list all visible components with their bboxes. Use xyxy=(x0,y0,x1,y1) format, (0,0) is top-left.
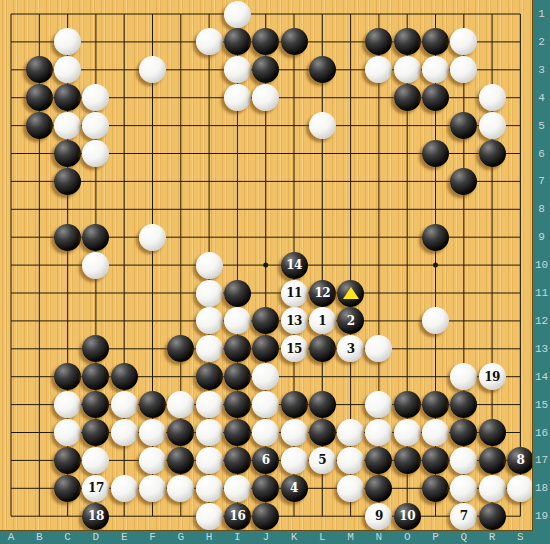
white-stone[interactable]: 15 xyxy=(281,335,308,362)
black-stone[interactable] xyxy=(479,419,506,446)
black-stone[interactable] xyxy=(54,140,81,167)
move-number-label: 7 xyxy=(460,510,468,522)
column-label: R xyxy=(484,531,500,544)
black-stone[interactable] xyxy=(281,391,308,418)
row-label: 1 xyxy=(533,8,550,20)
black-stone[interactable] xyxy=(224,391,251,418)
column-label: I xyxy=(229,531,245,544)
column-label: N xyxy=(371,531,387,544)
black-stone[interactable] xyxy=(224,280,251,307)
move-number-label: 15 xyxy=(286,343,302,355)
white-stone[interactable] xyxy=(196,252,223,279)
move-number-label: 4 xyxy=(290,482,298,494)
white-stone[interactable] xyxy=(394,56,421,83)
white-stone[interactable] xyxy=(337,475,364,502)
move-number-label: 11 xyxy=(286,287,302,299)
white-stone[interactable] xyxy=(54,419,81,446)
white-stone[interactable]: 1 xyxy=(309,307,336,334)
row-label: 9 xyxy=(533,231,550,243)
black-stone[interactable] xyxy=(309,391,336,418)
move-number-label: 19 xyxy=(484,371,500,383)
black-stone[interactable]: 12 xyxy=(309,280,336,307)
black-stone[interactable] xyxy=(422,140,449,167)
black-stone[interactable] xyxy=(252,475,279,502)
triangle-marker-icon xyxy=(343,287,359,299)
white-stone[interactable] xyxy=(507,475,533,502)
black-stone[interactable]: 16 xyxy=(224,503,251,530)
white-stone[interactable] xyxy=(54,391,81,418)
white-stone[interactable] xyxy=(54,112,81,139)
column-label: F xyxy=(145,531,161,544)
row-label: 15 xyxy=(533,399,550,411)
column-label: S xyxy=(512,531,528,544)
column-label: O xyxy=(399,531,415,544)
black-stone[interactable] xyxy=(224,335,251,362)
go-board[interactable]: 14111213121531965817418169107 xyxy=(0,0,533,531)
black-stone[interactable] xyxy=(54,168,81,195)
column-label: P xyxy=(428,531,444,544)
move-number-label: 2 xyxy=(347,315,355,327)
white-stone[interactable]: 17 xyxy=(82,475,109,502)
black-stone[interactable] xyxy=(224,419,251,446)
column-label: D xyxy=(88,531,104,544)
move-number-label: 6 xyxy=(262,454,270,466)
white-stone[interactable] xyxy=(111,475,138,502)
black-stone[interactable] xyxy=(422,447,449,474)
column-label: C xyxy=(60,531,76,544)
move-number-label: 13 xyxy=(286,315,302,327)
black-stone[interactable] xyxy=(26,112,53,139)
black-stone[interactable] xyxy=(365,475,392,502)
column-label: Q xyxy=(456,531,472,544)
black-stone[interactable] xyxy=(167,447,194,474)
column-label: B xyxy=(31,531,47,544)
black-stone[interactable] xyxy=(196,363,223,390)
black-stone[interactable] xyxy=(26,56,53,83)
move-number-label: 14 xyxy=(286,259,302,271)
black-stone[interactable] xyxy=(54,475,81,502)
white-stone[interactable] xyxy=(337,419,364,446)
white-stone[interactable] xyxy=(224,1,251,28)
white-stone[interactable]: 9 xyxy=(365,503,392,530)
star-point xyxy=(433,263,438,268)
black-stone[interactable] xyxy=(281,28,308,55)
white-stone[interactable] xyxy=(196,475,223,502)
row-label: 11 xyxy=(533,287,550,299)
black-stone[interactable] xyxy=(111,363,138,390)
column-label: E xyxy=(116,531,132,544)
black-stone[interactable]: 14 xyxy=(281,252,308,279)
black-stone[interactable] xyxy=(139,391,166,418)
black-stone[interactable] xyxy=(422,475,449,502)
white-stone[interactable] xyxy=(82,252,109,279)
move-number-label: 16 xyxy=(230,510,246,522)
black-stone[interactable] xyxy=(394,28,421,55)
white-stone[interactable]: 13 xyxy=(281,307,308,334)
row-label: 7 xyxy=(533,175,550,187)
white-stone[interactable] xyxy=(196,447,223,474)
black-stone[interactable] xyxy=(422,84,449,111)
white-stone[interactable] xyxy=(281,447,308,474)
white-stone[interactable] xyxy=(479,475,506,502)
black-stone[interactable] xyxy=(224,447,251,474)
row-label: 3 xyxy=(533,64,550,76)
white-stone[interactable] xyxy=(139,224,166,251)
white-stone[interactable] xyxy=(196,307,223,334)
white-stone[interactable] xyxy=(196,419,223,446)
row-label: 16 xyxy=(533,427,550,439)
move-number-label: 17 xyxy=(88,482,104,494)
black-stone[interactable] xyxy=(422,224,449,251)
row-label: 4 xyxy=(533,92,550,104)
white-stone[interactable] xyxy=(224,56,251,83)
column-label: L xyxy=(314,531,330,544)
white-stone[interactable] xyxy=(394,419,421,446)
white-stone[interactable] xyxy=(196,503,223,530)
black-stone[interactable] xyxy=(450,168,477,195)
white-stone[interactable] xyxy=(309,112,336,139)
move-number-label: 9 xyxy=(375,510,383,522)
column-label: A xyxy=(3,531,19,544)
white-stone[interactable] xyxy=(111,419,138,446)
black-stone[interactable] xyxy=(394,391,421,418)
move-number-label: 10 xyxy=(399,510,415,522)
black-stone[interactable] xyxy=(394,84,421,111)
black-stone[interactable] xyxy=(309,56,336,83)
white-stone[interactable] xyxy=(167,475,194,502)
row-label: 13 xyxy=(533,343,550,355)
move-number-label: 8 xyxy=(516,454,524,466)
white-stone[interactable] xyxy=(139,419,166,446)
black-stone[interactable]: 4 xyxy=(281,475,308,502)
white-stone[interactable]: 7 xyxy=(450,503,477,530)
black-stone[interactable] xyxy=(479,503,506,530)
black-stone[interactable] xyxy=(224,363,251,390)
black-stone[interactable] xyxy=(309,335,336,362)
black-stone[interactable] xyxy=(309,419,336,446)
white-stone[interactable] xyxy=(450,447,477,474)
move-number-label: 12 xyxy=(314,287,330,299)
move-number-label: 3 xyxy=(347,343,355,355)
white-stone[interactable] xyxy=(111,391,138,418)
black-stone[interactable] xyxy=(54,447,81,474)
black-stone[interactable]: 8 xyxy=(507,447,533,474)
white-stone[interactable]: 19 xyxy=(479,363,506,390)
black-stone[interactable] xyxy=(479,140,506,167)
white-stone[interactable] xyxy=(337,447,364,474)
star-point xyxy=(263,263,268,268)
black-stone[interactable] xyxy=(337,280,364,307)
row-label: 8 xyxy=(533,203,550,215)
column-label: J xyxy=(258,531,274,544)
white-stone[interactable] xyxy=(224,475,251,502)
move-number-label: 5 xyxy=(318,454,326,466)
row-label: 2 xyxy=(533,36,550,48)
column-label: H xyxy=(201,531,217,544)
white-stone[interactable] xyxy=(139,475,166,502)
row-label: 6 xyxy=(533,148,550,160)
black-stone[interactable]: 18 xyxy=(82,503,109,530)
row-label: 10 xyxy=(533,259,550,271)
black-stone[interactable] xyxy=(54,224,81,251)
black-stone[interactable] xyxy=(422,391,449,418)
white-stone[interactable] xyxy=(479,84,506,111)
column-label: K xyxy=(286,531,302,544)
black-stone[interactable] xyxy=(26,84,53,111)
column-label: G xyxy=(173,531,189,544)
row-label: 5 xyxy=(533,120,550,132)
white-stone[interactable]: 11 xyxy=(281,280,308,307)
black-stone[interactable] xyxy=(479,447,506,474)
white-stone[interactable] xyxy=(479,112,506,139)
column-label: M xyxy=(343,531,359,544)
black-stone[interactable] xyxy=(394,447,421,474)
white-stone[interactable]: 5 xyxy=(309,447,336,474)
black-stone[interactable] xyxy=(82,224,109,251)
row-label: 17 xyxy=(533,454,550,466)
row-label: 19 xyxy=(533,510,550,522)
white-stone[interactable] xyxy=(139,447,166,474)
white-stone[interactable] xyxy=(196,28,223,55)
black-stone[interactable]: 10 xyxy=(394,503,421,530)
row-label: 14 xyxy=(533,371,550,383)
row-label: 12 xyxy=(533,315,550,327)
black-stone[interactable]: 6 xyxy=(252,447,279,474)
white-stone[interactable] xyxy=(196,391,223,418)
white-stone[interactable] xyxy=(281,419,308,446)
move-number-label: 18 xyxy=(88,510,104,522)
white-stone[interactable] xyxy=(422,419,449,446)
row-label: 18 xyxy=(533,482,550,494)
black-stone[interactable] xyxy=(252,503,279,530)
white-stone[interactable] xyxy=(196,280,223,307)
white-stone[interactable] xyxy=(224,84,251,111)
white-stone[interactable] xyxy=(196,335,223,362)
white-stone[interactable] xyxy=(252,419,279,446)
white-stone[interactable] xyxy=(450,475,477,502)
move-number-label: 1 xyxy=(318,315,326,327)
go-app-screen: 14111213121531965817418169107 ABCDEFGHIJ… xyxy=(0,0,550,544)
